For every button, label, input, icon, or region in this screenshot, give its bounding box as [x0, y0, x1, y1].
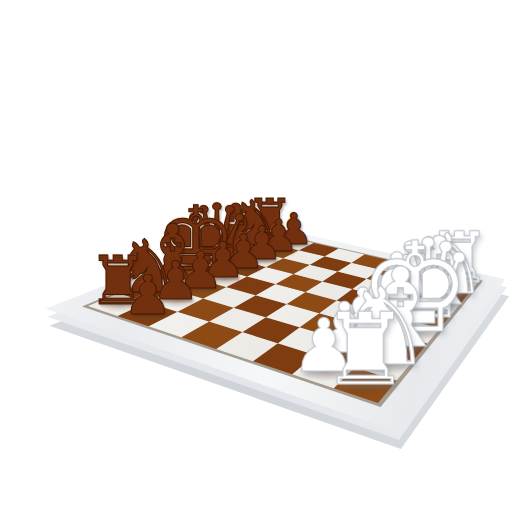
product-photo-scene: ♜♟♟♜♞♟♟♞♝♟♟♝♛♟♟♛♚♟♟♚♝♟♟♝♞♟♟♞♜♟♟♜ — [0, 0, 512, 512]
piece-brown-pawn-a7: ♟ — [123, 267, 173, 322]
chess-board: ♜♟♟♜♞♟♟♞♝♟♟♝♛♟♟♛♚♟♟♚♝♟♟♝♞♟♟♞♜♟♟♜ — [0, 0, 512, 512]
piece-white-rook-a1: ♜ — [321, 301, 410, 401]
